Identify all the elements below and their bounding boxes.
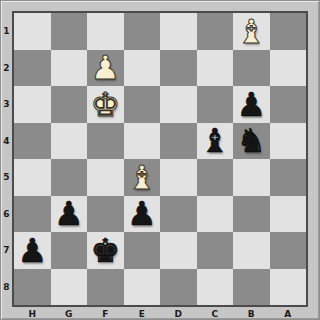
rank-label-1: 1 [1,13,12,50]
rank-label-5: 5 [1,159,12,196]
rank-label-2: 2 [1,50,12,87]
piece-white-pawn[interactable]: ♟ [87,50,124,87]
file-label-c: C [197,307,234,320]
piece-black-bishop[interactable]: ♝ [197,123,234,160]
square-a1[interactable] [270,13,307,50]
square-b3[interactable]: ♟ [233,86,270,123]
square-g1[interactable] [51,13,88,50]
square-d3[interactable] [160,86,197,123]
piece-white-king[interactable]: ♚ [87,86,124,123]
rank-labels: 12345678 [1,13,12,305]
square-f6[interactable] [87,196,124,233]
square-a5[interactable] [270,159,307,196]
square-d4[interactable] [160,123,197,160]
file-labels: HGFEDCBA [14,307,306,320]
square-b7[interactable] [233,232,270,269]
piece-black-king[interactable]: ♚ [87,232,124,269]
square-g6[interactable]: ♟ [51,196,88,233]
square-c4[interactable]: ♝ [197,123,234,160]
file-label-a: A [270,307,307,320]
square-h3[interactable] [14,86,51,123]
square-h5[interactable] [14,159,51,196]
square-e4[interactable] [124,123,161,160]
square-a4[interactable] [270,123,307,160]
square-f7[interactable]: ♚ [87,232,124,269]
square-g4[interactable] [51,123,88,160]
square-d6[interactable] [160,196,197,233]
file-label-b: B [233,307,270,320]
square-e7[interactable] [124,232,161,269]
square-b1[interactable]: ♝ [233,13,270,50]
square-h7[interactable]: ♟ [14,232,51,269]
square-a6[interactable] [270,196,307,233]
square-c1[interactable] [197,13,234,50]
square-e5[interactable]: ♝ [124,159,161,196]
square-b5[interactable] [233,159,270,196]
square-b6[interactable] [233,196,270,233]
square-e6[interactable]: ♟ [124,196,161,233]
square-h8[interactable] [14,269,51,306]
file-label-d: D [160,307,197,320]
rank-label-3: 3 [1,86,12,123]
square-h6[interactable] [14,196,51,233]
square-c2[interactable] [197,50,234,87]
piece-black-pawn[interactable]: ♟ [124,196,161,233]
square-d8[interactable] [160,269,197,306]
square-d5[interactable] [160,159,197,196]
square-c3[interactable] [197,86,234,123]
square-b4[interactable]: ♞ [233,123,270,160]
file-label-f: F [87,307,124,320]
square-c7[interactable] [197,232,234,269]
square-h2[interactable] [14,50,51,87]
square-d1[interactable] [160,13,197,50]
square-g5[interactable] [51,159,88,196]
rank-label-6: 6 [1,196,12,233]
square-d7[interactable] [160,232,197,269]
square-e8[interactable] [124,269,161,306]
square-f1[interactable] [87,13,124,50]
square-a7[interactable] [270,232,307,269]
square-f4[interactable] [87,123,124,160]
piece-black-knight[interactable]: ♞ [233,123,270,160]
square-e2[interactable] [124,50,161,87]
piece-white-bishop[interactable]: ♝ [124,159,161,196]
file-label-e: E [124,307,161,320]
square-g8[interactable] [51,269,88,306]
square-c6[interactable] [197,196,234,233]
square-g2[interactable] [51,50,88,87]
square-a8[interactable] [270,269,307,306]
square-b2[interactable] [233,50,270,87]
rank-label-4: 4 [1,123,12,160]
piece-black-pawn[interactable]: ♟ [51,196,88,233]
square-e1[interactable] [124,13,161,50]
square-f8[interactable] [87,269,124,306]
square-f3[interactable]: ♚ [87,86,124,123]
file-label-h: H [14,307,51,320]
square-f5[interactable] [87,159,124,196]
square-a3[interactable] [270,86,307,123]
square-c5[interactable] [197,159,234,196]
square-f2[interactable]: ♟ [87,50,124,87]
chess-diagram: 12345678 HGFEDCBA ♝♟♚♟♝♞♝♟♟♟♚ [0,0,320,320]
board-frame: ♝♟♚♟♝♞♝♟♟♟♚ [12,11,308,307]
rank-label-8: 8 [1,269,12,306]
square-e3[interactable] [124,86,161,123]
square-h4[interactable] [14,123,51,160]
file-label-g: G [51,307,88,320]
square-c8[interactable] [197,269,234,306]
square-h1[interactable] [14,13,51,50]
square-g3[interactable] [51,86,88,123]
piece-black-pawn[interactable]: ♟ [14,232,51,269]
square-d2[interactable] [160,50,197,87]
square-a2[interactable] [270,50,307,87]
board: ♝♟♚♟♝♞♝♟♟♟♚ [14,13,306,305]
square-g7[interactable] [51,232,88,269]
rank-label-7: 7 [1,232,12,269]
piece-white-bishop[interactable]: ♝ [233,13,270,50]
square-b8[interactable] [233,269,270,306]
piece-black-pawn[interactable]: ♟ [233,86,270,123]
